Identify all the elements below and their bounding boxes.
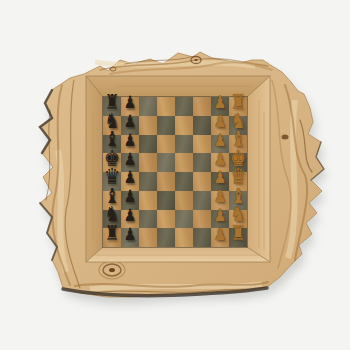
piece-white-rook[interactable]: ♜ [230,223,245,244]
square-f3[interactable] [193,135,211,154]
square-e4[interactable] [175,153,193,172]
square-a6[interactable] [139,228,157,247]
square-f5[interactable] [157,135,175,154]
square-a7[interactable]: ♟ [121,228,139,247]
square-a1[interactable]: ♜ [229,228,247,247]
piece-white-pawn[interactable]: ♟ [214,188,227,205]
square-a4[interactable] [175,228,193,247]
piece-black-pawn[interactable]: ♟ [124,94,137,111]
piece-black-pawn[interactable]: ♟ [124,188,137,205]
square-c3[interactable] [193,191,211,210]
square-d3[interactable] [193,172,211,191]
square-g5[interactable] [157,116,175,135]
square-a2[interactable]: ♟ [211,228,229,247]
square-h6[interactable] [139,97,157,116]
square-e3[interactable] [193,153,211,172]
square-d6[interactable] [139,172,157,191]
square-a8[interactable]: ♜ [103,228,121,247]
square-e5[interactable] [157,153,175,172]
piece-black-pawn[interactable]: ♟ [124,206,137,223]
piece-white-pawn[interactable]: ♟ [214,150,227,167]
square-e6[interactable] [139,153,157,172]
piece-black-pawn[interactable]: ♟ [124,131,137,148]
square-g3[interactable] [193,116,211,135]
product-photo-scene: ♜♟♟♜♞♟♟♞♝♟♟♝♚♟♟♚♛♟♟♛♝♟♟♝♞♟♟♞♜♟♟♜ [0,0,350,350]
square-g6[interactable] [139,116,157,135]
square-h4[interactable] [175,97,193,116]
square-f4[interactable] [175,135,193,154]
piece-black-pawn[interactable]: ♟ [124,169,137,186]
square-d5[interactable] [157,172,175,191]
square-b4[interactable] [175,210,193,229]
chess-board: ♜♟♟♜♞♟♟♞♝♟♟♝♚♟♟♚♛♟♟♛♝♟♟♝♞♟♟♞♜♟♟♜ [103,97,247,247]
piece-white-pawn[interactable]: ♟ [214,131,227,148]
square-a5[interactable] [157,228,175,247]
piece-black-rook[interactable]: ♜ [104,223,119,244]
square-g4[interactable] [175,116,193,135]
piece-black-pawn[interactable]: ♟ [124,113,137,130]
square-b6[interactable] [139,210,157,229]
piece-black-pawn[interactable]: ♟ [124,225,137,242]
square-c4[interactable] [175,191,193,210]
piece-white-pawn[interactable]: ♟ [214,206,227,223]
square-h3[interactable] [193,97,211,116]
square-f6[interactable] [139,135,157,154]
piece-white-pawn[interactable]: ♟ [214,113,227,130]
piece-black-pawn[interactable]: ♟ [124,150,137,167]
square-b3[interactable] [193,210,211,229]
piece-white-pawn[interactable]: ♟ [214,94,227,111]
piece-white-pawn[interactable]: ♟ [214,169,227,186]
square-c6[interactable] [139,191,157,210]
square-c5[interactable] [157,191,175,210]
piece-white-pawn[interactable]: ♟ [214,225,227,242]
square-b5[interactable] [157,210,175,229]
square-a3[interactable] [193,228,211,247]
square-d4[interactable] [175,172,193,191]
square-h5[interactable] [157,97,175,116]
